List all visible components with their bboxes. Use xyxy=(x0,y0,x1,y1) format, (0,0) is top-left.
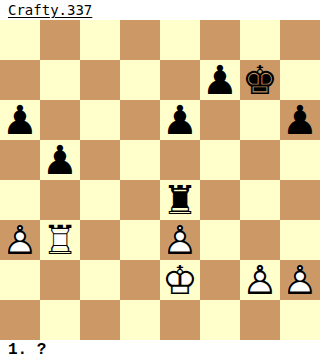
square-a8[interactable] xyxy=(0,20,40,60)
white-pawn: ♙ xyxy=(240,260,280,300)
square-h8[interactable] xyxy=(280,20,320,60)
square-c7[interactable] xyxy=(80,60,120,100)
square-h1[interactable] xyxy=(280,300,320,340)
chess-board: ♟♚♟♟♟♟♜♟♙♜♖♟♙♚♔♟♙♟♙ xyxy=(0,20,320,340)
white-pawn: ♙ xyxy=(160,220,200,260)
white-pawn: ♙ xyxy=(0,220,40,260)
square-a2[interactable] xyxy=(0,260,40,300)
square-b1[interactable] xyxy=(40,300,80,340)
white-pawn-fill: ♟ xyxy=(240,260,280,300)
move-prompt-bar: 1. ? xyxy=(0,340,320,360)
square-h3[interactable] xyxy=(280,220,320,260)
square-a6[interactable]: ♟ xyxy=(0,100,40,140)
square-d3[interactable] xyxy=(120,220,160,260)
square-g1[interactable] xyxy=(240,300,280,340)
white-king-fill: ♚ xyxy=(160,260,200,300)
square-h7[interactable] xyxy=(280,60,320,100)
square-g2[interactable]: ♟♙ xyxy=(240,260,280,300)
square-g4[interactable] xyxy=(240,180,280,220)
square-f7[interactable]: ♟ xyxy=(200,60,240,100)
square-d4[interactable] xyxy=(120,180,160,220)
square-g8[interactable] xyxy=(240,20,280,60)
square-c5[interactable] xyxy=(80,140,120,180)
square-g3[interactable] xyxy=(240,220,280,260)
square-e8[interactable] xyxy=(160,20,200,60)
square-f4[interactable] xyxy=(200,180,240,220)
square-b4[interactable] xyxy=(40,180,80,220)
black-king: ♚ xyxy=(240,60,280,100)
white-pawn-fill: ♟ xyxy=(280,260,320,300)
square-h6[interactable]: ♟ xyxy=(280,100,320,140)
square-f5[interactable] xyxy=(200,140,240,180)
square-d1[interactable] xyxy=(120,300,160,340)
square-d7[interactable] xyxy=(120,60,160,100)
black-pawn: ♟ xyxy=(40,140,80,180)
square-a5[interactable] xyxy=(0,140,40,180)
square-f6[interactable] xyxy=(200,100,240,140)
square-c3[interactable] xyxy=(80,220,120,260)
black-pawn: ♟ xyxy=(280,100,320,140)
square-c1[interactable] xyxy=(80,300,120,340)
square-e5[interactable] xyxy=(160,140,200,180)
square-a3[interactable]: ♟♙ xyxy=(0,220,40,260)
square-e3[interactable]: ♟♙ xyxy=(160,220,200,260)
square-a7[interactable] xyxy=(0,60,40,100)
black-pawn: ♟ xyxy=(0,100,40,140)
square-a4[interactable] xyxy=(0,180,40,220)
white-pawn: ♙ xyxy=(280,260,320,300)
square-d2[interactable] xyxy=(120,260,160,300)
square-e7[interactable] xyxy=(160,60,200,100)
white-pawn-fill: ♟ xyxy=(160,220,200,260)
white-pawn-fill: ♟ xyxy=(0,220,40,260)
black-pawn: ♟ xyxy=(160,100,200,140)
square-b3[interactable]: ♜♖ xyxy=(40,220,80,260)
position-title: Crafty.337 xyxy=(8,1,92,19)
white-rook: ♖ xyxy=(40,220,80,260)
square-h4[interactable] xyxy=(280,180,320,220)
white-rook-fill: ♜ xyxy=(40,220,80,260)
title-bar: Crafty.337 xyxy=(0,0,320,20)
square-e4[interactable]: ♜ xyxy=(160,180,200,220)
square-e1[interactable] xyxy=(160,300,200,340)
square-g5[interactable] xyxy=(240,140,280,180)
square-f3[interactable] xyxy=(200,220,240,260)
square-e2[interactable]: ♚♔ xyxy=(160,260,200,300)
square-b2[interactable] xyxy=(40,260,80,300)
square-h2[interactable]: ♟♙ xyxy=(280,260,320,300)
square-d6[interactable] xyxy=(120,100,160,140)
square-e6[interactable]: ♟ xyxy=(160,100,200,140)
white-king: ♔ xyxy=(160,260,200,300)
square-d5[interactable] xyxy=(120,140,160,180)
square-c2[interactable] xyxy=(80,260,120,300)
square-b7[interactable] xyxy=(40,60,80,100)
square-c6[interactable] xyxy=(80,100,120,140)
black-rook: ♜ xyxy=(160,180,200,220)
square-b8[interactable] xyxy=(40,20,80,60)
square-d8[interactable] xyxy=(120,20,160,60)
black-pawn: ♟ xyxy=(200,60,240,100)
square-g6[interactable] xyxy=(240,100,280,140)
square-a1[interactable] xyxy=(0,300,40,340)
square-f1[interactable] xyxy=(200,300,240,340)
square-c4[interactable] xyxy=(80,180,120,220)
square-c8[interactable] xyxy=(80,20,120,60)
square-g7[interactable]: ♚ xyxy=(240,60,280,100)
square-f2[interactable] xyxy=(200,260,240,300)
square-b5[interactable]: ♟ xyxy=(40,140,80,180)
square-h5[interactable] xyxy=(280,140,320,180)
square-b6[interactable] xyxy=(40,100,80,140)
square-f8[interactable] xyxy=(200,20,240,60)
move-prompt: 1. ? xyxy=(8,340,46,360)
